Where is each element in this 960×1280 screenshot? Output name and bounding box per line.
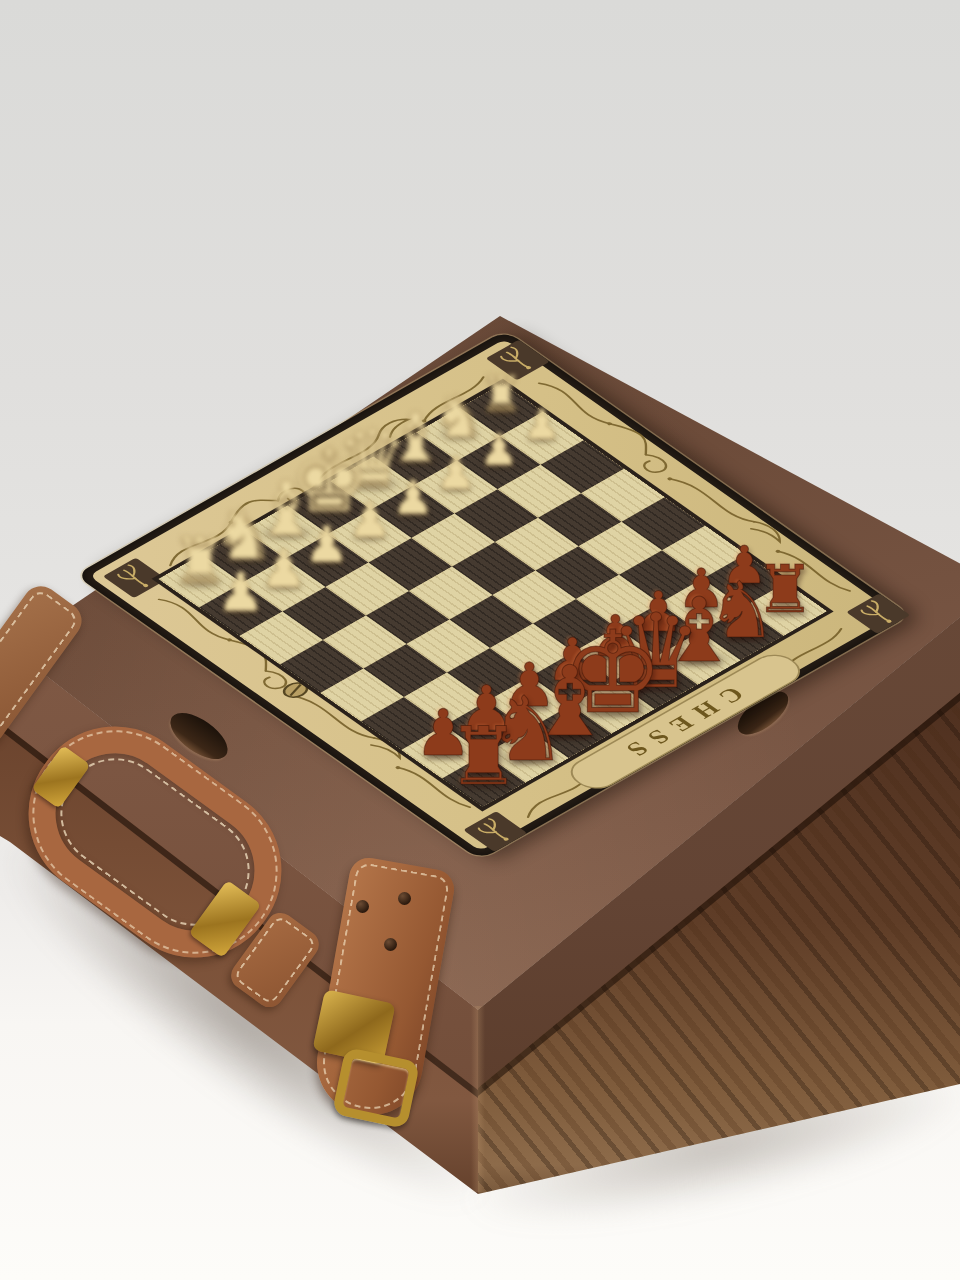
piece-white-pawn-h2[interactable]: ♟	[171, 566, 311, 620]
case-corner-edge	[471, 1006, 485, 1192]
strap-rivet	[398, 892, 411, 905]
strap-rivet	[356, 900, 369, 913]
strap-rivet	[384, 938, 397, 951]
piece-black-rook-h8[interactable]: ♜	[414, 716, 554, 796]
photo-stage: CHESS ♜♞♝♛♚♝♞♜♟♟♟♟♟♟♟♟♟♟♟♟♟♟♟♟♜♞♝♛♚♝♞♜	[0, 0, 960, 1280]
